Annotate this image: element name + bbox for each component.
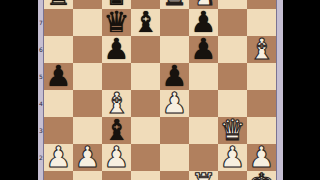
square-c2[interactable]: ♟ xyxy=(102,144,131,171)
square-g2[interactable]: ♟ xyxy=(218,144,247,171)
piece-white-pawn-c2[interactable]: ♟ xyxy=(102,144,131,171)
square-d6[interactable] xyxy=(131,36,160,63)
square-f4[interactable] xyxy=(189,90,218,117)
square-a5[interactable]: ♟ xyxy=(44,63,73,90)
square-e4[interactable]: ♟ xyxy=(160,90,189,117)
piece-white-pawn-b2[interactable]: ♟ xyxy=(73,144,102,171)
square-b5[interactable] xyxy=(73,63,102,90)
board-edge-scrollbar xyxy=(276,0,283,180)
piece-white-bishop-h6[interactable]: ♝ xyxy=(247,36,276,63)
piece-white-rook-e8[interactable]: ♜ xyxy=(160,0,189,9)
square-c6[interactable]: ♟ xyxy=(102,36,131,63)
square-b6[interactable] xyxy=(73,36,102,63)
square-b2[interactable]: ♟ xyxy=(73,144,102,171)
square-d2[interactable] xyxy=(131,144,160,171)
square-e1[interactable] xyxy=(160,171,189,180)
square-g1[interactable] xyxy=(218,171,247,180)
square-g6[interactable] xyxy=(218,36,247,63)
square-b4[interactable] xyxy=(73,90,102,117)
square-g7[interactable] xyxy=(218,9,247,36)
square-h8[interactable] xyxy=(247,0,276,9)
square-a2[interactable]: ♟ xyxy=(44,144,73,171)
square-d4[interactable] xyxy=(131,90,160,117)
piece-white-pawn-g2[interactable]: ♟ xyxy=(218,144,247,171)
square-e3[interactable] xyxy=(160,117,189,144)
square-e7[interactable] xyxy=(160,9,189,36)
square-h5[interactable] xyxy=(247,63,276,90)
piece-black-pawn-f6[interactable]: ♟ xyxy=(189,36,218,63)
square-b1[interactable] xyxy=(73,171,102,180)
square-e2[interactable] xyxy=(160,144,189,171)
square-d1[interactable] xyxy=(131,171,160,180)
chess-board: ♜♚♜♞♛♝♟♟♟♝♟♟♝♟♝♛♟♟♟♟♟♜♚ xyxy=(44,0,276,180)
piece-black-pawn-c6[interactable]: ♟ xyxy=(102,36,131,63)
letterbox-left xyxy=(0,0,38,180)
piece-white-pawn-e4[interactable]: ♟ xyxy=(160,90,189,117)
piece-black-rook-a8[interactable]: ♜ xyxy=(44,0,73,9)
piece-black-pawn-a5[interactable]: ♟ xyxy=(44,63,73,90)
piece-white-pawn-a2[interactable]: ♟ xyxy=(44,144,73,171)
square-a7[interactable] xyxy=(44,9,73,36)
square-d3[interactable] xyxy=(131,117,160,144)
square-h6[interactable]: ♝ xyxy=(247,36,276,63)
square-d5[interactable] xyxy=(131,63,160,90)
piece-white-king-h1[interactable]: ♚ xyxy=(247,171,276,180)
square-f3[interactable] xyxy=(189,117,218,144)
square-b8[interactable] xyxy=(73,0,102,9)
letterbox-right xyxy=(283,0,320,180)
square-h4[interactable] xyxy=(247,90,276,117)
square-b7[interactable] xyxy=(73,9,102,36)
square-g5[interactable] xyxy=(218,63,247,90)
square-a1[interactable] xyxy=(44,171,73,180)
square-g8[interactable] xyxy=(218,0,247,9)
square-f5[interactable] xyxy=(189,63,218,90)
square-c1[interactable] xyxy=(102,171,131,180)
square-f1[interactable]: ♜ xyxy=(189,171,218,180)
square-a8[interactable]: ♜ xyxy=(44,0,73,9)
piece-black-bishop-d7[interactable]: ♝ xyxy=(131,9,160,36)
square-h1[interactable]: ♚ xyxy=(247,171,276,180)
video-frame: 765432 ♜♚♜♞♛♝♟♟♟♝♟♟♝♟♝♛♟♟♟♟♟♜♚ xyxy=(0,0,320,180)
piece-white-rook-f1[interactable]: ♜ xyxy=(189,171,218,180)
square-f6[interactable]: ♟ xyxy=(189,36,218,63)
square-a4[interactable] xyxy=(44,90,73,117)
square-d7[interactable]: ♝ xyxy=(131,9,160,36)
square-e8[interactable]: ♜ xyxy=(160,0,189,9)
